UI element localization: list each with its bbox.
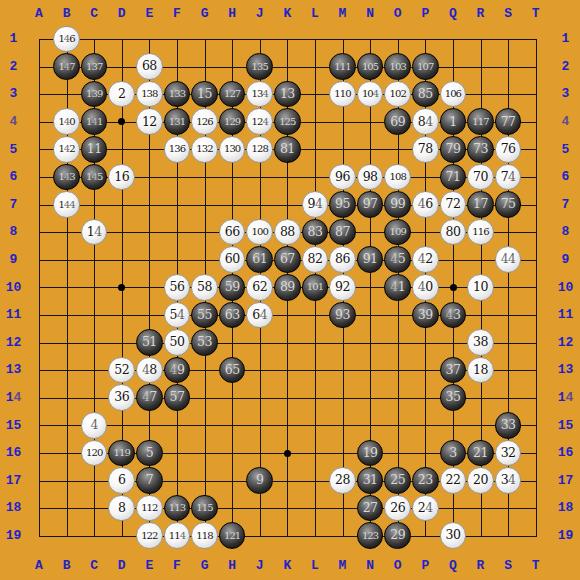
move-number: 74 <box>501 171 516 184</box>
row-label: 2 <box>0 53 27 81</box>
stone-M3: 110 <box>329 81 356 108</box>
move-number: 113 <box>169 503 185 513</box>
stone-N9: 91 <box>357 246 384 273</box>
col-label: F <box>163 0 191 27</box>
stone-B7: 144 <box>53 191 80 218</box>
stone-P2: 107 <box>412 53 439 80</box>
move-number: 65 <box>225 364 240 377</box>
stone-P7: 46 <box>412 191 439 218</box>
stone-G5: 132 <box>191 136 218 163</box>
stone-R5: 73 <box>467 136 494 163</box>
stone-H11: 63 <box>219 302 246 329</box>
col-label: Q <box>439 551 467 580</box>
move-number: 87 <box>335 226 350 239</box>
move-number: 102 <box>390 89 406 99</box>
row-label: 7 <box>552 191 579 219</box>
move-number: 119 <box>114 448 130 458</box>
row-label: 1 <box>552 25 579 53</box>
move-number: 142 <box>58 144 74 154</box>
stone-H4: 129 <box>219 108 246 135</box>
row-label: 10 <box>0 274 27 302</box>
move-number: 110 <box>334 89 350 99</box>
move-number: 76 <box>501 143 516 156</box>
stone-Q19: 30 <box>440 522 467 549</box>
stone-L9: 82 <box>302 246 329 273</box>
move-number: 139 <box>86 89 102 99</box>
col-label: K <box>274 551 302 580</box>
stone-D3: 2 <box>108 81 135 108</box>
stone-P10: 40 <box>412 274 439 301</box>
col-label: T <box>522 551 550 580</box>
stone-J3: 134 <box>246 81 273 108</box>
move-number: 1 <box>449 116 456 129</box>
move-number: 126 <box>196 117 212 127</box>
stone-P4: 84 <box>412 108 439 135</box>
move-number: 54 <box>170 309 185 322</box>
stone-P9: 42 <box>412 246 439 273</box>
col-label: Q <box>439 0 467 27</box>
move-number: 20 <box>473 474 488 487</box>
stone-C6: 145 <box>81 164 108 191</box>
col-label: H <box>218 551 246 580</box>
stone-K5: 81 <box>274 136 301 163</box>
stone-S9: 44 <box>495 246 522 273</box>
stone-H9: 60 <box>219 246 246 273</box>
row-label: 13 <box>0 356 27 384</box>
move-number: 143 <box>58 172 74 182</box>
move-number: 2 <box>118 88 125 101</box>
col-label: A <box>25 551 53 580</box>
stone-G11: 55 <box>191 302 218 329</box>
row-label: 18 <box>0 494 27 522</box>
move-number: 56 <box>170 281 185 294</box>
row-label: 3 <box>552 80 579 108</box>
stone-N3: 104 <box>357 81 384 108</box>
stone-O17: 25 <box>384 467 411 494</box>
stone-R16: 21 <box>467 440 494 467</box>
row-label: 12 <box>0 329 27 357</box>
col-label: R <box>467 0 495 27</box>
move-number: 95 <box>335 198 350 211</box>
move-number: 129 <box>224 117 240 127</box>
move-number: 36 <box>114 391 129 404</box>
move-number: 66 <box>225 226 240 239</box>
move-number: 51 <box>142 336 157 349</box>
move-number: 6 <box>118 474 125 487</box>
row-label: 11 <box>552 301 579 329</box>
move-number: 63 <box>225 309 240 322</box>
move-number: 134 <box>252 89 268 99</box>
stone-C15: 4 <box>81 412 108 439</box>
stone-K4: 125 <box>274 108 301 135</box>
row-label: 6 <box>0 163 27 191</box>
col-label: F <box>163 551 191 580</box>
move-number: 112 <box>141 503 157 513</box>
stone-M6: 96 <box>329 164 356 191</box>
stone-S15: 33 <box>495 412 522 439</box>
move-number: 115 <box>196 503 212 513</box>
stone-Q14: 35 <box>440 384 467 411</box>
stone-K8: 88 <box>274 219 301 246</box>
move-number: 73 <box>473 143 488 156</box>
row-label: 5 <box>0 136 27 164</box>
stone-P5: 78 <box>412 136 439 163</box>
stone-G12: 53 <box>191 329 218 356</box>
col-label: C <box>80 551 108 580</box>
stone-F12: 50 <box>164 329 191 356</box>
move-number: 38 <box>473 336 488 349</box>
move-number: 9 <box>256 474 263 487</box>
row-label: 17 <box>552 467 579 495</box>
stone-K3: 13 <box>274 81 301 108</box>
move-number: 26 <box>390 502 405 515</box>
move-number: 114 <box>169 531 185 541</box>
row-label: 1 <box>0 25 27 53</box>
move-number: 96 <box>335 171 350 184</box>
move-number: 86 <box>335 253 350 266</box>
move-number: 68 <box>142 60 157 73</box>
stone-F4: 131 <box>164 108 191 135</box>
row-labels-right: 12345678910111213141516171819 <box>552 25 579 549</box>
stone-P3: 85 <box>412 81 439 108</box>
stone-Q16: 3 <box>440 440 467 467</box>
col-label: D <box>108 551 136 580</box>
move-number: 117 <box>472 117 488 127</box>
move-number: 21 <box>473 447 488 460</box>
move-number: 145 <box>86 172 102 182</box>
move-number: 123 <box>362 531 378 541</box>
col-label: E <box>136 0 164 27</box>
col-label: L <box>301 551 329 580</box>
move-number: 118 <box>196 531 212 541</box>
col-label: O <box>384 0 412 27</box>
stone-C3: 139 <box>81 81 108 108</box>
stone-P18: 24 <box>412 495 439 522</box>
stone-E13: 48 <box>136 357 163 384</box>
stone-N7: 97 <box>357 191 384 218</box>
move-number: 12 <box>142 116 157 129</box>
move-number: 7 <box>146 474 153 487</box>
col-label: S <box>494 551 522 580</box>
col-label: N <box>356 551 384 580</box>
stone-Q13: 37 <box>440 357 467 384</box>
stone-C16: 120 <box>81 440 108 467</box>
stone-F10: 56 <box>164 274 191 301</box>
row-label: 15 <box>552 412 579 440</box>
move-number: 35 <box>445 391 460 404</box>
move-number: 124 <box>252 117 268 127</box>
stone-M8: 87 <box>329 219 356 246</box>
move-number: 29 <box>390 529 405 542</box>
stone-J4: 124 <box>246 108 273 135</box>
col-label: G <box>191 0 219 27</box>
stone-O6: 108 <box>384 164 411 191</box>
row-label: 15 <box>0 412 27 440</box>
move-number: 128 <box>252 144 268 154</box>
move-number: 135 <box>252 62 268 72</box>
stone-E17: 7 <box>136 467 163 494</box>
row-labels-left: 12345678910111213141516171819 <box>0 25 27 549</box>
stone-B6: 143 <box>53 164 80 191</box>
move-number: 28 <box>335 474 350 487</box>
move-number: 37 <box>445 364 460 377</box>
stone-M7: 95 <box>329 191 356 218</box>
stone-R12: 38 <box>467 329 494 356</box>
stone-G19: 118 <box>191 522 218 549</box>
row-label: 4 <box>552 108 579 136</box>
stone-H13: 65 <box>219 357 246 384</box>
move-number: 10 <box>473 281 488 294</box>
row-label: 16 <box>552 439 579 467</box>
stone-H3: 127 <box>219 81 246 108</box>
col-label: H <box>218 0 246 27</box>
stone-O10: 41 <box>384 274 411 301</box>
stone-S7: 75 <box>495 191 522 218</box>
move-number: 121 <box>224 531 240 541</box>
move-number: 42 <box>418 253 433 266</box>
stone-G18: 115 <box>191 495 218 522</box>
stone-M9: 86 <box>329 246 356 273</box>
move-number: 133 <box>169 89 185 99</box>
stone-P17: 23 <box>412 467 439 494</box>
move-number: 125 <box>279 117 295 127</box>
move-number: 103 <box>390 62 406 72</box>
stone-S5: 76 <box>495 136 522 163</box>
col-label: P <box>412 551 440 580</box>
stone-C2: 137 <box>81 53 108 80</box>
stone-N16: 19 <box>357 440 384 467</box>
col-label: D <box>108 0 136 27</box>
col-label: B <box>53 0 81 27</box>
stone-F14: 57 <box>164 384 191 411</box>
move-number: 67 <box>280 253 295 266</box>
stone-F11: 54 <box>164 302 191 329</box>
move-number: 88 <box>280 226 295 239</box>
move-number: 84 <box>418 116 433 129</box>
move-number: 47 <box>142 391 157 404</box>
stone-G3: 15 <box>191 81 218 108</box>
move-number: 53 <box>197 336 212 349</box>
stone-J17: 9 <box>246 467 273 494</box>
move-number: 98 <box>363 171 378 184</box>
stone-B2: 147 <box>53 53 80 80</box>
move-number: 60 <box>225 253 240 266</box>
move-number: 46 <box>418 198 433 211</box>
stone-D13: 52 <box>108 357 135 384</box>
stone-M11: 93 <box>329 302 356 329</box>
stone-M2: 111 <box>329 53 356 80</box>
move-number: 94 <box>307 198 322 211</box>
move-number: 111 <box>334 62 350 72</box>
move-number: 61 <box>252 253 267 266</box>
row-label: 19 <box>0 522 27 550</box>
stone-K9: 67 <box>274 246 301 273</box>
move-number: 52 <box>114 364 129 377</box>
move-number: 85 <box>418 88 433 101</box>
stone-Q6: 71 <box>440 164 467 191</box>
stone-S16: 32 <box>495 440 522 467</box>
stone-D18: 8 <box>108 495 135 522</box>
move-number: 97 <box>363 198 378 211</box>
move-number: 32 <box>501 447 516 460</box>
move-number: 104 <box>362 89 378 99</box>
move-number: 33 <box>501 419 516 432</box>
move-number: 41 <box>390 281 405 294</box>
row-label: 4 <box>0 108 27 136</box>
move-number: 15 <box>197 88 212 101</box>
stone-L8: 83 <box>302 219 329 246</box>
move-number: 40 <box>418 281 433 294</box>
move-number: 39 <box>418 309 433 322</box>
col-label: B <box>53 551 81 580</box>
stone-F3: 133 <box>164 81 191 108</box>
stone-D14: 36 <box>108 384 135 411</box>
stone-H8: 66 <box>219 219 246 246</box>
stone-Q7: 72 <box>440 191 467 218</box>
stone-E14: 47 <box>136 384 163 411</box>
stone-M17: 28 <box>329 467 356 494</box>
row-label: 16 <box>0 439 27 467</box>
move-number: 13 <box>280 88 295 101</box>
move-number: 100 <box>252 227 268 237</box>
stone-O7: 99 <box>384 191 411 218</box>
move-number: 71 <box>445 171 460 184</box>
col-label: G <box>191 551 219 580</box>
stone-E2: 68 <box>136 53 163 80</box>
move-number: 30 <box>445 529 460 542</box>
move-number: 14 <box>87 226 102 239</box>
stone-H5: 130 <box>219 136 246 163</box>
stone-S17: 34 <box>495 467 522 494</box>
move-number: 83 <box>307 226 322 239</box>
move-number: 106 <box>445 89 461 99</box>
stone-J5: 128 <box>246 136 273 163</box>
row-label: 11 <box>0 301 27 329</box>
stone-Q8: 80 <box>440 219 467 246</box>
stone-E12: 51 <box>136 329 163 356</box>
move-number: 44 <box>501 253 516 266</box>
stone-E3: 138 <box>136 81 163 108</box>
stone-B1: 146 <box>53 26 80 53</box>
stone-S4: 77 <box>495 108 522 135</box>
move-number: 11 <box>87 143 102 156</box>
row-label: 3 <box>0 80 27 108</box>
move-number: 140 <box>58 117 74 127</box>
row-label: 14 <box>0 384 27 412</box>
move-number: 45 <box>390 253 405 266</box>
move-number: 49 <box>170 364 185 377</box>
stone-G4: 126 <box>191 108 218 135</box>
column-labels-bottom: ABCDEFGHJKLMNOPQRST <box>25 551 549 580</box>
move-number: 132 <box>196 144 212 154</box>
column-labels-top: ABCDEFGHJKLMNOPQRST <box>25 0 549 27</box>
row-label: 2 <box>552 53 579 81</box>
move-number: 138 <box>141 89 157 99</box>
stone-R6: 70 <box>467 164 494 191</box>
move-number: 4 <box>90 419 97 432</box>
col-label: S <box>494 0 522 27</box>
move-number: 146 <box>58 34 74 44</box>
col-label: R <box>467 551 495 580</box>
move-number: 82 <box>307 253 322 266</box>
move-number: 50 <box>170 336 185 349</box>
col-label: C <box>80 0 108 27</box>
move-number: 141 <box>86 117 102 127</box>
move-number: 23 <box>418 474 433 487</box>
move-number: 18 <box>473 364 488 377</box>
stone-Q11: 43 <box>440 302 467 329</box>
col-label: O <box>384 551 412 580</box>
row-label: 13 <box>552 356 579 384</box>
stone-R17: 20 <box>467 467 494 494</box>
move-number: 108 <box>390 172 406 182</box>
stone-M10: 92 <box>329 274 356 301</box>
row-label: 17 <box>0 467 27 495</box>
move-number: 109 <box>390 227 406 237</box>
row-label: 8 <box>552 218 579 246</box>
stone-Q4: 1 <box>440 108 467 135</box>
col-label: N <box>356 0 384 27</box>
col-label: E <box>136 551 164 580</box>
move-number: 70 <box>473 171 488 184</box>
move-number: 48 <box>142 364 157 377</box>
move-number: 22 <box>445 474 460 487</box>
stone-O19: 29 <box>384 522 411 549</box>
board-surface[interactable]: 1234567891011121314151617181920212223242… <box>25 25 549 549</box>
stone-L7: 94 <box>302 191 329 218</box>
col-label: P <box>412 0 440 27</box>
move-number: 107 <box>417 62 433 72</box>
move-number: 80 <box>445 226 460 239</box>
move-number: 89 <box>280 281 295 294</box>
row-label: 9 <box>0 246 27 274</box>
move-number: 127 <box>224 89 240 99</box>
go-kifu-diagram: ABCDEFGHJKLMNOPQRST ABCDEFGHJKLMNOPQRST … <box>0 0 580 580</box>
stone-O18: 26 <box>384 495 411 522</box>
row-label: 19 <box>552 522 579 550</box>
move-number: 81 <box>280 143 295 156</box>
stone-F18: 113 <box>164 495 191 522</box>
move-number: 147 <box>58 62 74 72</box>
stone-Q17: 22 <box>440 467 467 494</box>
stone-S6: 74 <box>495 164 522 191</box>
col-label: T <box>522 0 550 27</box>
move-number: 79 <box>445 143 460 156</box>
stone-R10: 10 <box>467 274 494 301</box>
move-number: 59 <box>225 281 240 294</box>
stone-Q5: 79 <box>440 136 467 163</box>
stone-E16: 5 <box>136 440 163 467</box>
move-number: 5 <box>146 447 153 460</box>
move-number: 105 <box>362 62 378 72</box>
stone-F5: 136 <box>164 136 191 163</box>
stone-R4: 117 <box>467 108 494 135</box>
move-number: 16 <box>114 171 129 184</box>
move-number: 101 <box>307 282 323 292</box>
stone-F13: 49 <box>164 357 191 384</box>
stone-E19: 122 <box>136 522 163 549</box>
move-number: 58 <box>197 281 212 294</box>
row-label: 12 <box>552 329 579 357</box>
move-number: 69 <box>390 116 405 129</box>
move-number: 99 <box>390 198 405 211</box>
col-label: K <box>274 0 302 27</box>
stone-O2: 103 <box>384 53 411 80</box>
stone-E18: 112 <box>136 495 163 522</box>
row-label: 9 <box>552 246 579 274</box>
move-number: 116 <box>472 227 488 237</box>
row-label: 10 <box>552 274 579 302</box>
